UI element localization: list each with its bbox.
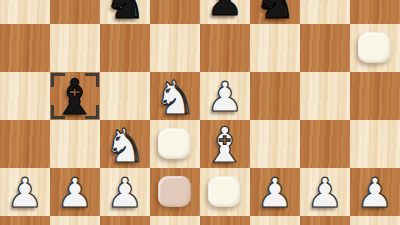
square-b3[interactable] bbox=[50, 120, 100, 168]
square-g6[interactable] bbox=[300, 0, 350, 24]
square-e3[interactable]: ♝ bbox=[200, 120, 250, 168]
black-pawn-e6[interactable]: ♟ bbox=[200, 0, 250, 24]
square-a6[interactable] bbox=[0, 0, 50, 24]
chess-board-screenshot: ♞♟♞♝♞♟♞♝♟♟♟♟♟♟ bbox=[0, 0, 400, 225]
white-pawn-e4[interactable]: ♟ bbox=[200, 72, 250, 120]
white-pawn-a2[interactable]: ♟ bbox=[0, 168, 50, 216]
square-c4[interactable] bbox=[100, 72, 150, 120]
square-b2[interactable]: ♟ bbox=[50, 168, 100, 216]
square-g2[interactable]: ♟ bbox=[300, 168, 350, 216]
square-f4[interactable] bbox=[250, 72, 300, 120]
square-h4[interactable] bbox=[350, 72, 400, 120]
square-e2[interactable] bbox=[200, 168, 250, 216]
square-a5[interactable] bbox=[0, 24, 50, 72]
square-f6[interactable]: ♞ bbox=[250, 0, 300, 24]
ghost-square-marker-d2 bbox=[158, 176, 191, 207]
square-e1[interactable] bbox=[200, 216, 250, 225]
square-b6[interactable] bbox=[50, 0, 100, 24]
black-knight-c6[interactable]: ♞ bbox=[100, 0, 150, 24]
white-pawn-b2[interactable]: ♟ bbox=[50, 168, 100, 216]
square-e4[interactable]: ♟ bbox=[200, 72, 250, 120]
white-pawn-h2[interactable]: ♟ bbox=[350, 168, 400, 216]
white-bishop-e3[interactable]: ♝ bbox=[200, 120, 250, 168]
square-d6[interactable] bbox=[150, 0, 200, 24]
chess-board: ♞♟♞♝♞♟♞♝♟♟♟♟♟♟ bbox=[0, 0, 400, 225]
square-a1[interactable] bbox=[0, 216, 50, 225]
ghost-square-marker-h5 bbox=[358, 32, 391, 63]
square-c3[interactable]: ♞ bbox=[100, 120, 150, 168]
square-d1[interactable] bbox=[150, 216, 200, 225]
square-a4[interactable] bbox=[0, 72, 50, 120]
square-h2[interactable]: ♟ bbox=[350, 168, 400, 216]
white-pawn-g2[interactable]: ♟ bbox=[300, 168, 350, 216]
square-f1[interactable] bbox=[250, 216, 300, 225]
square-g4[interactable] bbox=[300, 72, 350, 120]
square-d3[interactable] bbox=[150, 120, 200, 168]
square-b1[interactable] bbox=[50, 216, 100, 225]
square-f3[interactable] bbox=[250, 120, 300, 168]
square-e5[interactable] bbox=[200, 24, 250, 72]
white-knight-d4[interactable]: ♞ bbox=[150, 72, 200, 120]
square-c6[interactable]: ♞ bbox=[100, 0, 150, 24]
square-h1[interactable] bbox=[350, 216, 400, 225]
square-f2[interactable]: ♟ bbox=[250, 168, 300, 216]
square-g1[interactable] bbox=[300, 216, 350, 225]
square-a2[interactable]: ♟ bbox=[0, 168, 50, 216]
white-pawn-c2[interactable]: ♟ bbox=[100, 168, 150, 216]
square-a3[interactable] bbox=[0, 120, 50, 168]
square-e6[interactable]: ♟ bbox=[200, 0, 250, 24]
selection-corner-bl-b4 bbox=[51, 105, 65, 119]
selection-corner-tl-b4 bbox=[51, 73, 65, 87]
square-d4[interactable]: ♞ bbox=[150, 72, 200, 120]
white-pawn-f2[interactable]: ♟ bbox=[250, 168, 300, 216]
white-knight-c3[interactable]: ♞ bbox=[100, 120, 150, 168]
square-h6[interactable] bbox=[350, 0, 400, 24]
selection-corner-br-b4 bbox=[85, 105, 99, 119]
square-g3[interactable] bbox=[300, 120, 350, 168]
square-h3[interactable] bbox=[350, 120, 400, 168]
square-d2[interactable] bbox=[150, 168, 200, 216]
black-knight-f6[interactable]: ♞ bbox=[250, 0, 300, 24]
square-b5[interactable] bbox=[50, 24, 100, 72]
square-h5[interactable] bbox=[350, 24, 400, 72]
square-c1[interactable] bbox=[100, 216, 150, 225]
square-c5[interactable] bbox=[100, 24, 150, 72]
square-b4[interactable]: ♝ bbox=[50, 72, 100, 120]
selection-corner-tr-b4 bbox=[85, 73, 99, 87]
square-g5[interactable] bbox=[300, 24, 350, 72]
square-f5[interactable] bbox=[250, 24, 300, 72]
square-c2[interactable]: ♟ bbox=[100, 168, 150, 216]
ghost-square-marker-e2 bbox=[208, 176, 241, 207]
ghost-square-marker-d3 bbox=[158, 128, 191, 159]
square-d5[interactable] bbox=[150, 24, 200, 72]
